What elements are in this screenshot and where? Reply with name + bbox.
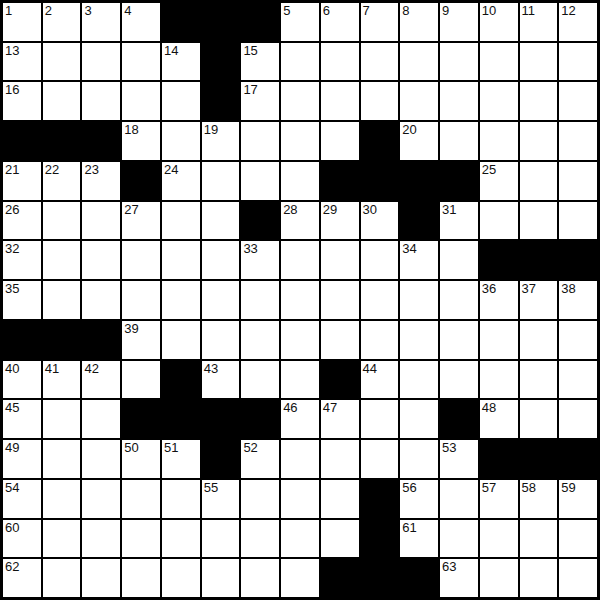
clue-number: 41 — [45, 362, 59, 376]
cell-r2c4[interactable] — [162, 82, 200, 120]
cell-r0c13[interactable]: 11 — [520, 3, 558, 41]
cell-r9c1[interactable]: 41 — [43, 361, 81, 399]
black-cell-r11c14 — [559, 440, 597, 478]
cell-r12c2[interactable] — [82, 480, 120, 518]
cell-r2c0[interactable]: 16 — [3, 82, 41, 120]
clue-number: 46 — [283, 401, 297, 415]
clue-number: 49 — [5, 441, 19, 455]
cell-r4c12[interactable]: 25 — [480, 162, 518, 200]
black-cell-r0c4 — [162, 3, 200, 41]
black-cell-r12c9 — [361, 480, 399, 518]
cell-r12c0[interactable]: 54 — [3, 480, 41, 518]
cell-r1c13[interactable] — [520, 43, 558, 81]
cell-r0c10[interactable]: 8 — [400, 3, 438, 41]
clue-number: 4 — [124, 4, 131, 18]
cell-r7c14[interactable]: 38 — [559, 281, 597, 319]
cell-r8c13[interactable] — [520, 321, 558, 359]
cell-r8c11[interactable] — [440, 321, 478, 359]
cell-r7c12[interactable]: 36 — [480, 281, 518, 319]
clue-number: 9 — [442, 4, 449, 18]
clue-number: 18 — [124, 123, 138, 137]
cell-r5c0[interactable]: 26 — [3, 202, 41, 240]
cell-r3c12[interactable] — [480, 122, 518, 160]
clue-number: 6 — [323, 4, 330, 18]
cell-r3c10[interactable]: 20 — [400, 122, 438, 160]
cell-r2c9[interactable] — [361, 82, 399, 120]
cell-r3c7[interactable] — [281, 122, 319, 160]
cell-r4c0[interactable]: 21 — [3, 162, 41, 200]
clue-number: 7 — [363, 4, 370, 18]
cell-r1c12[interactable] — [480, 43, 518, 81]
cell-r1c7[interactable] — [281, 43, 319, 81]
cell-r0c1[interactable]: 2 — [43, 3, 81, 41]
cell-r13c3[interactable] — [122, 520, 160, 558]
cell-r3c14[interactable] — [559, 122, 597, 160]
cell-r8c5[interactable] — [202, 321, 240, 359]
black-cell-r4c10 — [400, 162, 438, 200]
cell-r4c7[interactable] — [281, 162, 319, 200]
cell-r9c12[interactable] — [480, 361, 518, 399]
clue-number: 16 — [5, 83, 19, 97]
cell-r9c14[interactable] — [559, 361, 597, 399]
black-cell-r11c13 — [520, 440, 558, 478]
cell-r12c3[interactable] — [122, 480, 160, 518]
cell-r8c14[interactable] — [559, 321, 597, 359]
cell-r4c2[interactable]: 23 — [82, 162, 120, 200]
black-cell-r9c4 — [162, 361, 200, 399]
cell-r5c3[interactable]: 27 — [122, 202, 160, 240]
cell-r14c14[interactable] — [559, 559, 597, 597]
clue-number: 25 — [482, 163, 496, 177]
cell-r5c9[interactable]: 30 — [361, 202, 399, 240]
cell-r4c14[interactable] — [559, 162, 597, 200]
clue-number: 5 — [283, 4, 290, 18]
cell-r6c4[interactable] — [162, 241, 200, 279]
cell-r12c13[interactable]: 58 — [520, 480, 558, 518]
clue-number: 14 — [164, 44, 178, 58]
clue-number: 43 — [204, 362, 218, 376]
black-cell-r8c2 — [82, 321, 120, 359]
cell-r7c5[interactable] — [202, 281, 240, 319]
cell-r12c5[interactable]: 55 — [202, 480, 240, 518]
cell-r10c0[interactable]: 45 — [3, 400, 41, 438]
cell-r1c6[interactable]: 15 — [241, 43, 279, 81]
black-cell-r3c1 — [43, 122, 81, 160]
cell-r9c2[interactable]: 42 — [82, 361, 120, 399]
cell-r13c4[interactable] — [162, 520, 200, 558]
cell-r9c11[interactable] — [440, 361, 478, 399]
cell-r11c11[interactable]: 53 — [440, 440, 478, 478]
cell-r2c13[interactable] — [520, 82, 558, 120]
cell-r11c8[interactable] — [321, 440, 359, 478]
cell-r13c5[interactable] — [202, 520, 240, 558]
clue-number: 8 — [402, 4, 409, 18]
cell-r3c3[interactable]: 18 — [122, 122, 160, 160]
cell-r5c5[interactable] — [202, 202, 240, 240]
cell-r10c8[interactable]: 47 — [321, 400, 359, 438]
cell-r5c11[interactable]: 31 — [440, 202, 478, 240]
clue-number: 48 — [482, 401, 496, 415]
clue-number: 60 — [5, 521, 19, 535]
clue-number: 13 — [5, 44, 19, 58]
black-cell-r0c6 — [241, 3, 279, 41]
cell-r6c2[interactable] — [82, 241, 120, 279]
cell-r12c6[interactable] — [241, 480, 279, 518]
cell-r3c8[interactable] — [321, 122, 359, 160]
cell-r1c9[interactable] — [361, 43, 399, 81]
cell-r5c13[interactable] — [520, 202, 558, 240]
cell-r14c2[interactable] — [82, 559, 120, 597]
cell-r5c14[interactable] — [559, 202, 597, 240]
clue-number: 38 — [561, 282, 575, 296]
clue-number: 51 — [164, 441, 178, 455]
cell-r13c11[interactable] — [440, 520, 478, 558]
cell-r13c14[interactable] — [559, 520, 597, 558]
black-cell-r4c11 — [440, 162, 478, 200]
cell-r12c7[interactable] — [281, 480, 319, 518]
clue-number: 45 — [5, 401, 19, 415]
cell-r12c10[interactable]: 56 — [400, 480, 438, 518]
cell-r8c7[interactable] — [281, 321, 319, 359]
cell-r9c5[interactable]: 43 — [202, 361, 240, 399]
black-cell-r4c9 — [361, 162, 399, 200]
black-cell-r10c5 — [202, 400, 240, 438]
clue-number: 30 — [363, 203, 377, 217]
cell-r5c7[interactable]: 28 — [281, 202, 319, 240]
clue-number: 17 — [243, 83, 257, 97]
cell-r0c0[interactable]: 1 — [3, 3, 41, 41]
clue-number: 57 — [482, 481, 496, 495]
cell-r3c11[interactable] — [440, 122, 478, 160]
black-cell-r4c8 — [321, 162, 359, 200]
clue-number: 50 — [124, 441, 138, 455]
cell-r13c2[interactable] — [82, 520, 120, 558]
cell-r1c10[interactable] — [400, 43, 438, 81]
cell-r8c4[interactable] — [162, 321, 200, 359]
cell-r9c0[interactable]: 40 — [3, 361, 41, 399]
clue-number: 35 — [5, 282, 19, 296]
clue-number: 27 — [124, 203, 138, 217]
cell-r6c11[interactable] — [440, 241, 478, 279]
cell-r13c0[interactable]: 60 — [3, 520, 41, 558]
clue-number: 61 — [402, 521, 416, 535]
cell-r12c14[interactable]: 59 — [559, 480, 597, 518]
clue-number: 40 — [5, 362, 19, 376]
clue-number: 11 — [522, 4, 536, 18]
cell-r6c0[interactable]: 32 — [3, 241, 41, 279]
cell-r0c7[interactable]: 5 — [281, 3, 319, 41]
clue-number: 28 — [283, 203, 297, 217]
black-cell-r8c1 — [43, 321, 81, 359]
clue-number: 32 — [5, 242, 19, 256]
cell-r1c3[interactable] — [122, 43, 160, 81]
cell-r1c2[interactable] — [82, 43, 120, 81]
clue-number: 26 — [5, 203, 19, 217]
cell-r4c1[interactable]: 22 — [43, 162, 81, 200]
cell-r7c6[interactable] — [241, 281, 279, 319]
cell-r5c2[interactable] — [82, 202, 120, 240]
cell-r8c8[interactable] — [321, 321, 359, 359]
cell-r0c9[interactable]: 7 — [361, 3, 399, 41]
black-cell-r14c10 — [400, 559, 438, 597]
black-cell-r6c12 — [480, 241, 518, 279]
cell-r0c11[interactable]: 9 — [440, 3, 478, 41]
cell-r12c1[interactable] — [43, 480, 81, 518]
cell-r14c1[interactable] — [43, 559, 81, 597]
black-cell-r6c14 — [559, 241, 597, 279]
black-cell-r11c12 — [480, 440, 518, 478]
cell-r9c13[interactable] — [520, 361, 558, 399]
cell-r11c3[interactable]: 50 — [122, 440, 160, 478]
clue-number: 29 — [323, 203, 337, 217]
cell-r8c9[interactable] — [361, 321, 399, 359]
clue-number: 54 — [5, 481, 19, 495]
cell-r1c11[interactable] — [440, 43, 478, 81]
cell-r5c4[interactable] — [162, 202, 200, 240]
clue-number: 20 — [402, 123, 416, 137]
cell-r0c2[interactable]: 3 — [82, 3, 120, 41]
cell-r13c8[interactable] — [321, 520, 359, 558]
cell-r2c3[interactable] — [122, 82, 160, 120]
black-cell-r11c5 — [202, 440, 240, 478]
black-cell-r8c0 — [3, 321, 41, 359]
clue-number: 12 — [561, 4, 575, 18]
clue-number: 2 — [45, 4, 52, 18]
cell-r8c3[interactable]: 39 — [122, 321, 160, 359]
black-cell-r3c2 — [82, 122, 120, 160]
cell-r4c13[interactable] — [520, 162, 558, 200]
cell-r2c11[interactable] — [440, 82, 478, 120]
clue-number: 36 — [482, 282, 496, 296]
clue-number: 19 — [204, 123, 218, 137]
clue-number: 55 — [204, 481, 218, 495]
cell-r11c10[interactable] — [400, 440, 438, 478]
cell-r10c7[interactable]: 46 — [281, 400, 319, 438]
clue-number: 10 — [482, 4, 496, 18]
cell-r14c13[interactable] — [520, 559, 558, 597]
black-cell-r4c3 — [122, 162, 160, 200]
clue-number: 53 — [442, 441, 456, 455]
black-cell-r10c11 — [440, 400, 478, 438]
clue-number: 39 — [124, 322, 138, 336]
cell-r13c1[interactable] — [43, 520, 81, 558]
black-cell-r14c8 — [321, 559, 359, 597]
cell-r14c7[interactable] — [281, 559, 319, 597]
cell-r0c8[interactable]: 6 — [321, 3, 359, 41]
cell-r7c13[interactable]: 37 — [520, 281, 558, 319]
cell-r6c7[interactable] — [281, 241, 319, 279]
cell-r5c12[interactable] — [480, 202, 518, 240]
cell-r1c0[interactable]: 13 — [3, 43, 41, 81]
cell-r7c3[interactable] — [122, 281, 160, 319]
cell-r7c8[interactable] — [321, 281, 359, 319]
cell-r0c14[interactable]: 12 — [559, 3, 597, 41]
black-cell-r6c13 — [520, 241, 558, 279]
cell-r14c5[interactable] — [202, 559, 240, 597]
clue-number: 24 — [164, 163, 178, 177]
clue-number: 15 — [243, 44, 257, 58]
cell-r0c3[interactable]: 4 — [122, 3, 160, 41]
black-cell-r9c8 — [321, 361, 359, 399]
cell-r4c4[interactable]: 24 — [162, 162, 200, 200]
clue-number: 42 — [84, 362, 98, 376]
clue-number: 56 — [402, 481, 416, 495]
cell-r8c12[interactable] — [480, 321, 518, 359]
cell-r2c1[interactable] — [43, 82, 81, 120]
cell-r3c13[interactable] — [520, 122, 558, 160]
cell-r13c13[interactable] — [520, 520, 558, 558]
cell-r2c6[interactable]: 17 — [241, 82, 279, 120]
cell-r2c8[interactable] — [321, 82, 359, 120]
clue-number: 3 — [84, 4, 91, 18]
cell-r10c9[interactable] — [361, 400, 399, 438]
cell-r14c3[interactable] — [122, 559, 160, 597]
clue-number: 23 — [84, 163, 98, 177]
clue-number: 62 — [5, 560, 19, 574]
cell-r5c8[interactable]: 29 — [321, 202, 359, 240]
cell-r5c1[interactable] — [43, 202, 81, 240]
cell-r2c14[interactable] — [559, 82, 597, 120]
cell-r2c7[interactable] — [281, 82, 319, 120]
cell-r6c8[interactable] — [321, 241, 359, 279]
cell-r10c10[interactable] — [400, 400, 438, 438]
cell-r3c6[interactable] — [241, 122, 279, 160]
cell-r7c2[interactable] — [82, 281, 120, 319]
black-cell-r2c5 — [202, 82, 240, 120]
cell-r10c2[interactable] — [82, 400, 120, 438]
black-cell-r10c6 — [241, 400, 279, 438]
cell-r7c9[interactable] — [361, 281, 399, 319]
cell-r11c7[interactable] — [281, 440, 319, 478]
cell-r6c10[interactable]: 34 — [400, 241, 438, 279]
cell-r7c7[interactable] — [281, 281, 319, 319]
black-cell-r14c9 — [361, 559, 399, 597]
clue-number: 31 — [442, 203, 456, 217]
cell-r11c9[interactable] — [361, 440, 399, 478]
cell-r7c10[interactable] — [400, 281, 438, 319]
cell-r10c1[interactable] — [43, 400, 81, 438]
cell-r9c9[interactable]: 44 — [361, 361, 399, 399]
cell-r6c6[interactable]: 33 — [241, 241, 279, 279]
cell-r8c10[interactable] — [400, 321, 438, 359]
black-cell-r13c9 — [361, 520, 399, 558]
clue-number: 52 — [243, 441, 257, 455]
cell-r12c12[interactable]: 57 — [480, 480, 518, 518]
cell-r10c13[interactable] — [520, 400, 558, 438]
cell-r9c10[interactable] — [400, 361, 438, 399]
cell-r13c12[interactable] — [480, 520, 518, 558]
cell-r14c4[interactable] — [162, 559, 200, 597]
cell-r7c11[interactable] — [440, 281, 478, 319]
clue-number: 34 — [402, 242, 416, 256]
black-cell-r10c3 — [122, 400, 160, 438]
cell-r1c14[interactable] — [559, 43, 597, 81]
crossword-grid: 1234567891011121314151617181920212223242… — [0, 0, 600, 600]
cell-r13c6[interactable] — [241, 520, 279, 558]
cell-r11c0[interactable]: 49 — [3, 440, 41, 478]
cell-r11c2[interactable] — [82, 440, 120, 478]
cell-r8c6[interactable] — [241, 321, 279, 359]
cell-r11c6[interactable]: 52 — [241, 440, 279, 478]
black-cell-r10c4 — [162, 400, 200, 438]
clue-number: 47 — [323, 401, 337, 415]
cell-r7c0[interactable]: 35 — [3, 281, 41, 319]
cell-r14c0[interactable]: 62 — [3, 559, 41, 597]
cell-r7c4[interactable] — [162, 281, 200, 319]
cell-r13c10[interactable]: 61 — [400, 520, 438, 558]
clue-number: 58 — [522, 481, 536, 495]
cell-r14c12[interactable] — [480, 559, 518, 597]
clue-number: 44 — [363, 362, 377, 376]
clue-number: 59 — [561, 481, 575, 495]
clue-number: 1 — [5, 4, 12, 18]
cell-r3c4[interactable] — [162, 122, 200, 160]
cell-r9c7[interactable] — [281, 361, 319, 399]
cell-r14c6[interactable] — [241, 559, 279, 597]
cell-r12c8[interactable] — [321, 480, 359, 518]
black-cell-r5c10 — [400, 202, 438, 240]
cell-r1c8[interactable] — [321, 43, 359, 81]
cell-r14c11[interactable]: 63 — [440, 559, 478, 597]
cell-r6c9[interactable] — [361, 241, 399, 279]
cell-r1c1[interactable] — [43, 43, 81, 81]
cell-r0c12[interactable]: 10 — [480, 3, 518, 41]
cell-r13c7[interactable] — [281, 520, 319, 558]
cell-r12c11[interactable] — [440, 480, 478, 518]
cell-r4c5[interactable] — [202, 162, 240, 200]
clue-number: 63 — [442, 560, 456, 574]
clue-number: 37 — [522, 282, 536, 296]
cell-r6c5[interactable] — [202, 241, 240, 279]
cell-r9c3[interactable] — [122, 361, 160, 399]
cell-r1c4[interactable]: 14 — [162, 43, 200, 81]
cell-r11c4[interactable]: 51 — [162, 440, 200, 478]
cell-r12c4[interactable] — [162, 480, 200, 518]
cell-r6c1[interactable] — [43, 241, 81, 279]
clue-number: 21 — [5, 163, 19, 177]
cell-r2c2[interactable] — [82, 82, 120, 120]
clue-number: 22 — [45, 163, 59, 177]
cell-r7c1[interactable] — [43, 281, 81, 319]
cell-r4c6[interactable] — [241, 162, 279, 200]
cell-r9c6[interactable] — [241, 361, 279, 399]
cell-r10c12[interactable]: 48 — [480, 400, 518, 438]
cell-r2c10[interactable] — [400, 82, 438, 120]
cell-r11c1[interactable] — [43, 440, 81, 478]
cell-r2c12[interactable] — [480, 82, 518, 120]
cell-r6c3[interactable] — [122, 241, 160, 279]
clue-number: 33 — [243, 242, 257, 256]
cell-r3c5[interactable]: 19 — [202, 122, 240, 160]
black-cell-r3c0 — [3, 122, 41, 160]
black-cell-r5c6 — [241, 202, 279, 240]
black-cell-r1c5 — [202, 43, 240, 81]
black-cell-r3c9 — [361, 122, 399, 160]
cell-r10c14[interactable] — [559, 400, 597, 438]
black-cell-r0c5 — [202, 3, 240, 41]
